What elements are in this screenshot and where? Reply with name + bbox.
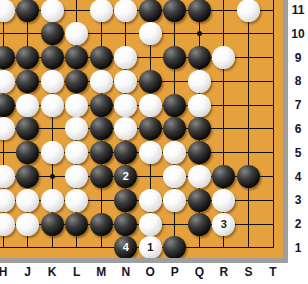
intersection-K3[interactable]	[40, 188, 65, 212]
intersection-N2[interactable]	[113, 212, 138, 236]
intersection-N10[interactable]	[113, 22, 138, 46]
intersection-H9[interactable]	[0, 46, 15, 70]
intersection-N5[interactable]	[113, 141, 138, 165]
intersection-K1[interactable]	[40, 236, 65, 260]
black-stone-L9	[65, 46, 88, 69]
intersection-H5[interactable]	[0, 141, 15, 165]
intersection-T10[interactable]	[261, 22, 286, 46]
row-label-6: 6	[289, 122, 307, 136]
row-label-1: 1	[289, 241, 307, 255]
white-stone-H3	[0, 189, 15, 212]
intersection-S10[interactable]	[236, 22, 261, 46]
black-stone-Q9	[188, 46, 211, 69]
intersection-L5[interactable]	[64, 141, 89, 165]
intersection-S2[interactable]	[236, 212, 261, 236]
row-label-2: 2	[289, 217, 307, 231]
intersection-Q7[interactable]	[187, 93, 212, 117]
intersection-P5[interactable]	[163, 141, 188, 165]
black-stone-Q6	[188, 117, 211, 140]
white-stone-Q8	[188, 70, 211, 93]
white-stone-J7	[16, 94, 39, 117]
intersection-O5[interactable]	[138, 141, 163, 165]
black-stone-N4-move-2: 2	[114, 165, 137, 188]
intersection-P7[interactable]	[163, 93, 188, 117]
white-stone-N6	[114, 117, 137, 140]
black-stone-M2	[90, 213, 113, 236]
white-stone-Q7	[188, 94, 211, 117]
intersection-S6[interactable]	[236, 117, 261, 141]
intersection-M5[interactable]	[89, 141, 114, 165]
col-label-R: R	[215, 265, 232, 279]
intersection-Q6[interactable]	[187, 117, 212, 141]
black-stone-L2	[65, 213, 88, 236]
white-stone-J3	[16, 189, 39, 212]
white-stone-H6	[0, 117, 15, 140]
row-label-9: 9	[289, 51, 307, 65]
black-stone-J4	[16, 165, 39, 188]
white-stone-L3	[65, 189, 88, 212]
col-label-O: O	[142, 265, 159, 279]
intersection-K9[interactable]	[40, 46, 65, 70]
col-label-M: M	[93, 265, 110, 279]
intersection-L10[interactable]	[64, 22, 89, 46]
black-stone-N3	[114, 189, 137, 212]
white-stone-K3	[41, 189, 64, 212]
intersection-P2[interactable]	[163, 212, 188, 236]
white-stone-O1-move-1: 1	[139, 236, 162, 259]
intersection-P1[interactable]	[163, 236, 188, 260]
intersection-R4[interactable]	[212, 165, 237, 189]
intersection-T7[interactable]	[261, 93, 286, 117]
white-stone-L5	[65, 141, 88, 164]
intersection-N11[interactable]	[113, 0, 138, 22]
intersection-N9[interactable]	[113, 46, 138, 70]
intersection-P3[interactable]	[163, 188, 188, 212]
intersection-H3[interactable]	[0, 188, 15, 212]
black-stone-K9	[41, 46, 64, 69]
white-stone-L7	[65, 94, 88, 117]
intersection-R1[interactable]	[212, 236, 237, 260]
intersection-O11[interactable]	[138, 0, 163, 22]
intersection-T2[interactable]	[261, 212, 286, 236]
black-stone-M6	[90, 117, 113, 140]
intersection-J1[interactable]	[15, 236, 40, 260]
intersection-L11[interactable]	[64, 0, 89, 22]
intersection-K10[interactable]	[40, 22, 65, 46]
col-label-J: J	[19, 265, 36, 279]
intersection-Q10[interactable]	[187, 22, 212, 46]
white-stone-O3	[139, 189, 162, 212]
white-stone-L4	[65, 165, 88, 188]
intersection-O7[interactable]	[138, 93, 163, 117]
col-label-S: S	[240, 265, 257, 279]
intersection-K6[interactable]	[40, 117, 65, 141]
intersection-S5[interactable]	[236, 141, 261, 165]
black-stone-Q11	[188, 0, 211, 22]
intersection-P10[interactable]	[163, 22, 188, 46]
intersection-L2[interactable]	[64, 212, 89, 236]
white-stone-N11	[114, 0, 137, 22]
white-stone-P3	[163, 189, 186, 212]
intersection-T11[interactable]	[261, 0, 286, 22]
intersection-H1[interactable]	[0, 236, 15, 260]
black-stone-O8	[139, 70, 162, 93]
intersection-O1[interactable]: 1	[138, 236, 163, 260]
board-grid: 2341	[0, 0, 285, 260]
intersection-T1[interactable]	[261, 236, 286, 260]
white-stone-H4	[0, 165, 15, 188]
intersection-S11[interactable]	[236, 0, 261, 22]
white-stone-P5	[163, 141, 186, 164]
intersection-M1[interactable]	[89, 236, 114, 260]
intersection-P11[interactable]	[163, 0, 188, 22]
col-label-L: L	[68, 265, 85, 279]
intersection-Q5[interactable]	[187, 141, 212, 165]
intersection-P9[interactable]	[163, 46, 188, 70]
black-stone-R4	[212, 165, 235, 188]
intersection-O10[interactable]	[138, 22, 163, 46]
black-stone-M4	[90, 165, 113, 188]
black-stone-P1	[163, 236, 186, 259]
intersection-J9[interactable]	[15, 46, 40, 70]
white-stone-H2	[0, 213, 15, 236]
black-stone-M7	[90, 94, 113, 117]
black-stone-N5	[114, 141, 137, 164]
intersection-H7[interactable]	[0, 93, 15, 117]
row-label-3: 3	[289, 193, 307, 207]
intersection-J7[interactable]	[15, 93, 40, 117]
intersection-O6[interactable]	[138, 117, 163, 141]
intersection-M7[interactable]	[89, 93, 114, 117]
intersection-R5[interactable]	[212, 141, 237, 165]
board-wood: 2341	[0, 0, 288, 263]
intersection-K8[interactable]	[40, 70, 65, 94]
intersection-Q11[interactable]	[187, 0, 212, 22]
intersection-S7[interactable]	[236, 93, 261, 117]
intersection-M9[interactable]	[89, 46, 114, 70]
intersection-O8[interactable]	[138, 70, 163, 94]
white-stone-P4	[163, 165, 186, 188]
intersection-L8[interactable]	[64, 70, 89, 94]
intersection-T8[interactable]	[261, 70, 286, 94]
black-stone-H9	[0, 46, 15, 69]
intersection-J8[interactable]	[15, 70, 40, 94]
intersection-R11[interactable]	[212, 0, 237, 22]
intersection-P4[interactable]	[163, 165, 188, 189]
intersection-R2[interactable]: 3	[212, 212, 237, 236]
intersection-S8[interactable]	[236, 70, 261, 94]
intersection-M2[interactable]	[89, 212, 114, 236]
black-stone-P6	[163, 117, 186, 140]
black-stone-S4	[237, 165, 260, 188]
intersection-L3[interactable]	[64, 188, 89, 212]
black-stone-K10	[41, 22, 64, 45]
col-label-H: H	[0, 265, 11, 279]
intersection-S9[interactable]	[236, 46, 261, 70]
white-stone-O10	[139, 22, 162, 45]
black-stone-L8	[65, 70, 88, 93]
intersection-O2[interactable]	[138, 212, 163, 236]
black-stone-P9	[163, 46, 186, 69]
intersection-R6[interactable]	[212, 117, 237, 141]
intersection-O9[interactable]	[138, 46, 163, 70]
white-stone-K5	[41, 141, 64, 164]
intersection-P6[interactable]	[163, 117, 188, 141]
row-label-4: 4	[289, 170, 307, 184]
black-stone-Q2	[188, 213, 211, 236]
intersection-R10[interactable]	[212, 22, 237, 46]
intersection-T6[interactable]	[261, 117, 286, 141]
white-stone-K7	[41, 94, 64, 117]
intersection-J4[interactable]	[15, 165, 40, 189]
row-label-5: 5	[289, 146, 307, 160]
white-stone-L10	[65, 22, 88, 45]
intersection-P8[interactable]	[163, 70, 188, 94]
intersection-H10[interactable]	[0, 22, 15, 46]
intersection-N6[interactable]	[113, 117, 138, 141]
black-stone-Q3	[188, 189, 211, 212]
black-stone-P7	[163, 94, 186, 117]
intersection-S3[interactable]	[236, 188, 261, 212]
intersection-T9[interactable]	[261, 46, 286, 70]
intersection-T3[interactable]	[261, 188, 286, 212]
intersection-Q9[interactable]	[187, 46, 212, 70]
intersection-J10[interactable]	[15, 22, 40, 46]
col-label-T: T	[265, 265, 282, 279]
white-stone-K11	[41, 0, 64, 22]
white-stone-H11	[0, 0, 15, 22]
intersection-Q2[interactable]	[187, 212, 212, 236]
col-label-Q: Q	[191, 265, 208, 279]
intersection-L4[interactable]	[64, 165, 89, 189]
white-stone-K8	[41, 70, 64, 93]
black-stone-M9	[90, 46, 113, 69]
white-stone-R9	[212, 46, 235, 69]
intersection-K2[interactable]	[40, 212, 65, 236]
intersection-N4[interactable]: 2	[113, 165, 138, 189]
col-label-N: N	[117, 265, 134, 279]
black-stone-J11	[16, 0, 39, 22]
black-stone-J6	[16, 117, 39, 140]
intersection-H6[interactable]	[0, 117, 15, 141]
black-stone-M5	[90, 141, 113, 164]
intersection-K7[interactable]	[40, 93, 65, 117]
white-stone-M8	[90, 70, 113, 93]
intersection-N8[interactable]	[113, 70, 138, 94]
intersection-H8[interactable]	[0, 70, 15, 94]
intersection-M3[interactable]	[89, 188, 114, 212]
white-stone-Q4	[188, 165, 211, 188]
intersection-M6[interactable]	[89, 117, 114, 141]
row-label-7: 7	[289, 98, 307, 112]
black-stone-P11	[163, 0, 186, 22]
black-stone-J9	[16, 46, 39, 69]
intersection-N3[interactable]	[113, 188, 138, 212]
white-stone-S11	[237, 0, 260, 22]
black-stone-J8	[16, 70, 39, 93]
black-stone-O11	[139, 0, 162, 22]
black-stone-H7	[0, 94, 15, 117]
white-stone-R3	[212, 189, 235, 212]
intersection-L9[interactable]	[64, 46, 89, 70]
intersection-T5[interactable]	[261, 141, 286, 165]
intersection-H11[interactable]	[0, 0, 15, 22]
white-stone-O7	[139, 94, 162, 117]
intersection-J6[interactable]	[15, 117, 40, 141]
intersection-R8[interactable]	[212, 70, 237, 94]
intersection-J3[interactable]	[15, 188, 40, 212]
white-stone-J2	[16, 213, 39, 236]
intersection-K5[interactable]	[40, 141, 65, 165]
col-label-P: P	[166, 265, 183, 279]
intersection-K4[interactable]	[40, 165, 65, 189]
intersection-M11[interactable]	[89, 0, 114, 22]
row-label-11: 11	[289, 3, 307, 17]
white-stone-H8	[0, 70, 15, 93]
intersection-M10[interactable]	[89, 22, 114, 46]
black-stone-O6	[139, 117, 162, 140]
intersection-K11[interactable]	[40, 0, 65, 22]
white-stone-L6	[65, 117, 88, 140]
intersection-J5[interactable]	[15, 141, 40, 165]
intersection-N1[interactable]: 4	[113, 236, 138, 260]
black-stone-J5	[16, 141, 39, 164]
intersection-M8[interactable]	[89, 70, 114, 94]
intersection-Q3[interactable]	[187, 188, 212, 212]
intersection-O3[interactable]	[138, 188, 163, 212]
intersection-J2[interactable]	[15, 212, 40, 236]
intersection-L1[interactable]	[64, 236, 89, 260]
intersection-Q8[interactable]	[187, 70, 212, 94]
intersection-J11[interactable]	[15, 0, 40, 22]
black-stone-N2	[114, 213, 137, 236]
intersection-Q4[interactable]	[187, 165, 212, 189]
intersection-N7[interactable]	[113, 93, 138, 117]
intersection-R7[interactable]	[212, 93, 237, 117]
white-stone-N8	[114, 70, 137, 93]
white-stone-O2	[139, 213, 162, 236]
white-stone-N9	[114, 46, 137, 69]
row-label-10: 10	[289, 27, 307, 41]
intersection-S1[interactable]	[236, 236, 261, 260]
go-diagram: 2341 HJKLMNOPQRST 1110987654321	[0, 0, 308, 284]
intersection-H4[interactable]	[0, 165, 15, 189]
row-label-8: 8	[289, 74, 307, 88]
intersection-H2[interactable]	[0, 212, 15, 236]
white-stone-M11	[90, 0, 113, 22]
intersection-T4[interactable]	[261, 165, 286, 189]
black-stone-Q5	[188, 141, 211, 164]
intersection-M4[interactable]	[89, 165, 114, 189]
intersection-R9[interactable]	[212, 46, 237, 70]
intersection-L6[interactable]	[64, 117, 89, 141]
intersection-S4[interactable]	[236, 165, 261, 189]
intersection-Q1[interactable]	[187, 236, 212, 260]
black-stone-N1-move-4: 4	[114, 236, 137, 259]
intersection-O4[interactable]	[138, 165, 163, 189]
white-stone-R2-move-3: 3	[212, 213, 235, 236]
white-stone-N7	[114, 94, 137, 117]
col-label-K: K	[44, 265, 61, 279]
intersection-R3[interactable]	[212, 188, 237, 212]
black-stone-K2	[41, 213, 64, 236]
white-stone-O5	[139, 141, 162, 164]
intersection-L7[interactable]	[64, 93, 89, 117]
